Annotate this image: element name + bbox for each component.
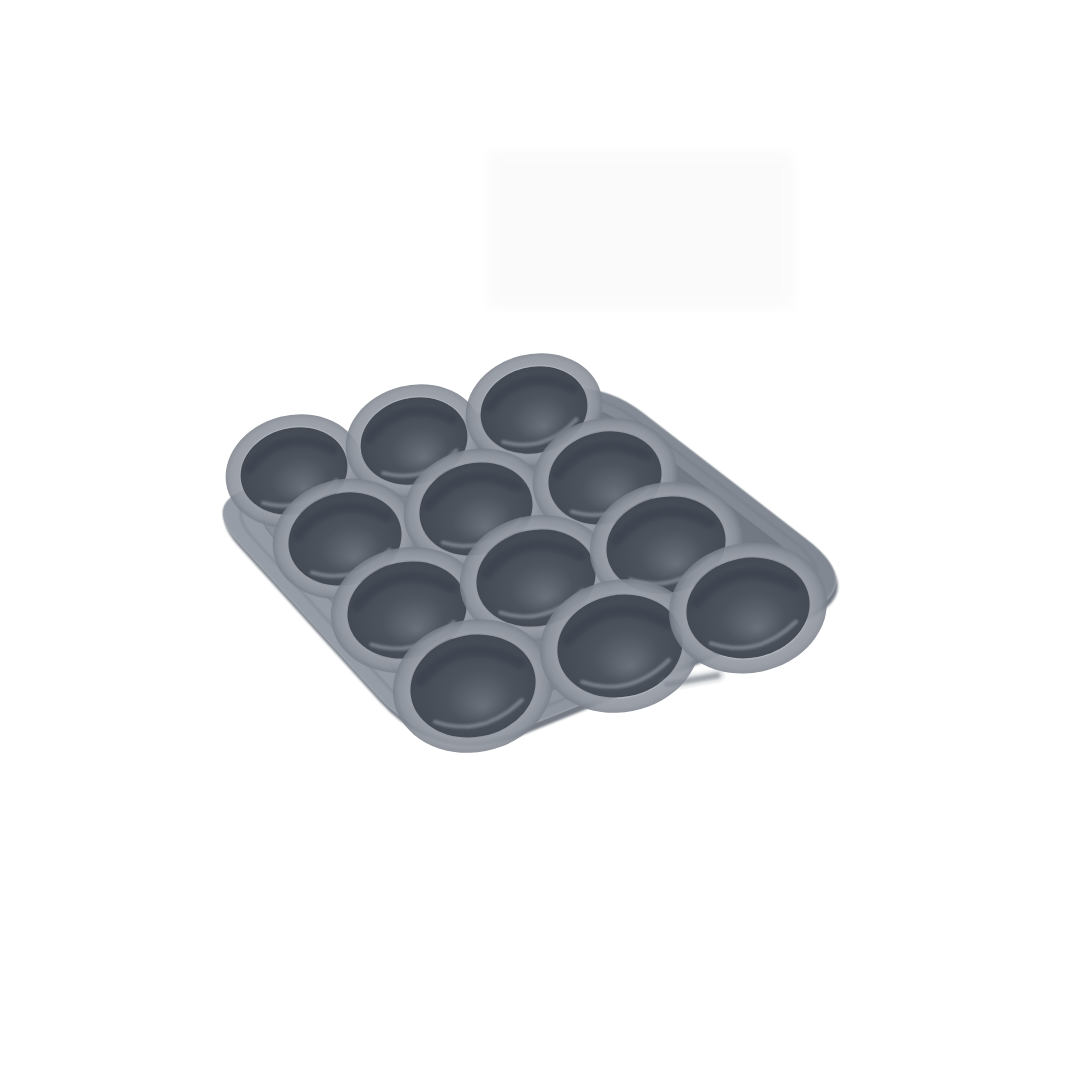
muffin-pan-photo (0, 0, 1080, 1080)
muffin-pan (213, 339, 838, 766)
product-photo (0, 0, 1080, 1080)
background-artifact (488, 152, 793, 308)
